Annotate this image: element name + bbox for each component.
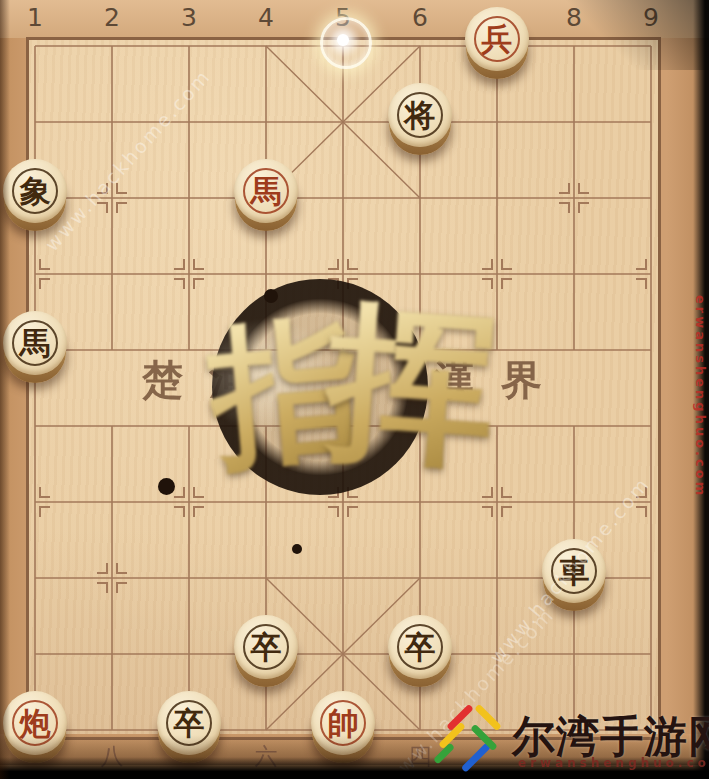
piece-black-horse[interactable]: 馬: [3, 311, 67, 389]
piece-glyph: 炮: [3, 691, 67, 755]
piece-glyph: 卒: [157, 691, 221, 755]
file-number-top: 9: [631, 3, 671, 32]
logo-calligraphy-right: 挥: [318, 266, 504, 506]
piece-glyph: 帥: [311, 691, 375, 755]
piece-glyph: 兵: [465, 7, 529, 71]
file-label-bottom: 六: [244, 741, 288, 772]
piece-glyph: 馬: [234, 159, 298, 223]
piece-red-soldier[interactable]: 兵: [465, 7, 529, 85]
file-number-top: 3: [169, 3, 209, 32]
highlight-core: [337, 34, 349, 46]
piece-black-soldier[interactable]: 卒: [234, 615, 298, 693]
ink-splatter: [158, 478, 175, 495]
piece-black-soldier[interactable]: 卒: [157, 691, 221, 769]
file-number-top: 1: [15, 3, 55, 32]
piece-black-general[interactable]: 将: [388, 83, 452, 161]
piece-glyph: 馬: [3, 311, 67, 375]
file-number-top: 6: [400, 3, 440, 32]
site-logo: 尔湾手游网 erwanshenghuo.com: [430, 698, 709, 779]
piece-glyph: 卒: [234, 615, 298, 679]
left-dark-edge: [0, 0, 10, 779]
piece-red-general[interactable]: 帥: [311, 691, 375, 769]
xiangqi-board[interactable]: 123456789八六四 兵将象馬馬車卒卒炮卒帥 楚河 漢界 指 挥 www.h…: [0, 0, 709, 779]
ink-splatter: [292, 544, 302, 554]
file-number-top: 4: [246, 3, 286, 32]
piece-glyph: 卒: [388, 615, 452, 679]
file-number-top: 2: [92, 3, 132, 32]
move-highlight-marker: [320, 17, 372, 69]
piece-glyph: 象: [3, 159, 67, 223]
piece-glyph: 将: [388, 83, 452, 147]
file-number-top: 8: [554, 3, 594, 32]
piece-red-cannon[interactable]: 炮: [3, 691, 67, 769]
site-url: erwanshenghuo.com: [518, 756, 709, 770]
watermark-erwan-vertical: erwanshenghuo.com: [693, 295, 708, 498]
file-label-bottom: 八: [90, 741, 134, 772]
piece-red-horse[interactable]: 馬: [234, 159, 298, 237]
piece-black-soldier[interactable]: 卒: [388, 615, 452, 693]
